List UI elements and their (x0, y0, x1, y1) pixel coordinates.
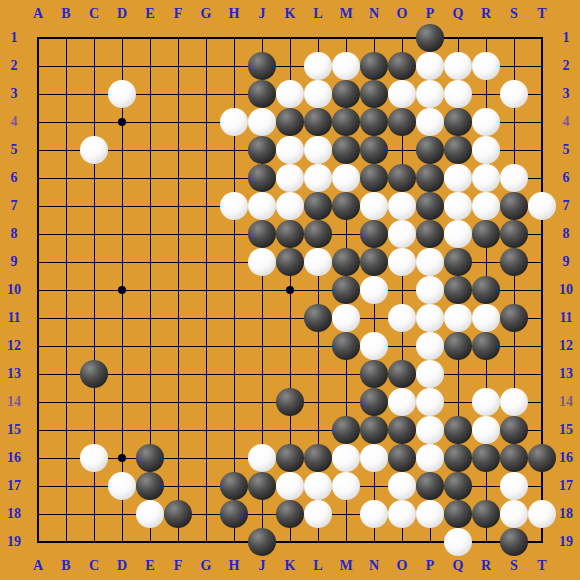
white-stone[interactable] (500, 80, 528, 108)
column-label-bottom: D (117, 559, 127, 573)
black-stone[interactable] (332, 108, 360, 136)
white-stone[interactable] (332, 304, 360, 332)
white-stone[interactable] (304, 500, 332, 528)
black-stone[interactable] (248, 52, 276, 80)
white-stone[interactable] (80, 444, 108, 472)
black-stone[interactable] (444, 276, 472, 304)
white-stone[interactable] (416, 332, 444, 360)
black-stone[interactable] (332, 332, 360, 360)
white-stone[interactable] (444, 192, 472, 220)
white-stone[interactable] (444, 220, 472, 248)
black-stone[interactable] (388, 108, 416, 136)
white-stone[interactable] (388, 304, 416, 332)
black-stone[interactable] (444, 248, 472, 276)
white-stone[interactable] (248, 248, 276, 276)
black-stone[interactable] (304, 108, 332, 136)
black-stone[interactable] (416, 192, 444, 220)
white-stone[interactable] (360, 332, 388, 360)
black-stone[interactable] (528, 444, 556, 472)
black-stone[interactable] (248, 80, 276, 108)
white-stone[interactable] (472, 52, 500, 80)
white-stone[interactable] (388, 248, 416, 276)
white-stone[interactable] (304, 52, 332, 80)
star-point (118, 454, 126, 462)
white-stone[interactable] (276, 192, 304, 220)
white-stone[interactable] (500, 388, 528, 416)
white-stone[interactable] (304, 80, 332, 108)
row-label-right: 18 (559, 507, 573, 521)
white-stone[interactable] (528, 192, 556, 220)
black-stone[interactable] (248, 136, 276, 164)
white-stone[interactable] (416, 500, 444, 528)
column-label-top: B (61, 7, 70, 21)
column-label-top: G (201, 7, 212, 21)
black-stone[interactable] (332, 248, 360, 276)
black-stone[interactable] (276, 248, 304, 276)
white-stone[interactable] (388, 388, 416, 416)
row-label-left: 13 (7, 367, 21, 381)
row-label-right: 1 (563, 31, 570, 45)
column-label-bottom: F (174, 559, 183, 573)
column-label-bottom: A (33, 559, 43, 573)
black-stone[interactable] (444, 500, 472, 528)
column-label-top: P (426, 7, 435, 21)
white-stone[interactable] (332, 472, 360, 500)
row-label-right: 8 (563, 227, 570, 241)
column-label-top: R (481, 7, 491, 21)
black-stone[interactable] (304, 220, 332, 248)
black-stone[interactable] (276, 108, 304, 136)
white-stone[interactable] (248, 444, 276, 472)
black-stone[interactable] (444, 472, 472, 500)
black-stone[interactable] (220, 472, 248, 500)
white-stone[interactable] (332, 444, 360, 472)
white-stone[interactable] (444, 528, 472, 556)
row-label-left: 11 (7, 311, 20, 325)
star-point (118, 286, 126, 294)
column-label-top: L (313, 7, 322, 21)
white-stone[interactable] (500, 164, 528, 192)
black-stone[interactable] (388, 52, 416, 80)
white-stone[interactable] (360, 500, 388, 528)
row-label-right: 17 (559, 479, 573, 493)
go-board: AABBCCDDEEFFGGHHJJKKLLMMNNOOPPQQRRSSTT11… (0, 0, 580, 580)
row-label-right: 5 (563, 143, 570, 157)
column-label-top: T (537, 7, 546, 21)
black-stone[interactable] (220, 500, 248, 528)
white-stone[interactable] (332, 52, 360, 80)
black-stone[interactable] (276, 388, 304, 416)
black-stone[interactable] (500, 220, 528, 248)
column-label-top: N (369, 7, 379, 21)
white-stone[interactable] (472, 388, 500, 416)
column-label-bottom: E (145, 559, 154, 573)
column-label-bottom: K (285, 559, 296, 573)
row-label-left: 14 (7, 395, 21, 409)
column-label-bottom: J (259, 559, 266, 573)
black-stone[interactable] (444, 444, 472, 472)
black-stone[interactable] (416, 164, 444, 192)
black-stone[interactable] (416, 472, 444, 500)
column-label-bottom: S (510, 559, 518, 573)
row-label-right: 9 (563, 255, 570, 269)
black-stone[interactable] (360, 248, 388, 276)
white-stone[interactable] (472, 416, 500, 444)
column-label-top: O (397, 7, 408, 21)
white-stone[interactable] (388, 500, 416, 528)
column-label-bottom: Q (453, 559, 464, 573)
white-stone[interactable] (304, 248, 332, 276)
white-stone[interactable] (472, 108, 500, 136)
row-label-left: 16 (7, 451, 21, 465)
white-stone[interactable] (360, 192, 388, 220)
white-stone[interactable] (444, 52, 472, 80)
white-stone[interactable] (416, 360, 444, 388)
column-label-bottom: B (61, 559, 70, 573)
black-stone[interactable] (276, 500, 304, 528)
row-label-right: 7 (563, 199, 570, 213)
white-stone[interactable] (444, 80, 472, 108)
row-label-left: 19 (7, 535, 21, 549)
black-stone[interactable] (304, 304, 332, 332)
black-stone[interactable] (472, 220, 500, 248)
white-stone[interactable] (276, 472, 304, 500)
column-label-top: F (174, 7, 183, 21)
black-stone[interactable] (388, 360, 416, 388)
black-stone[interactable] (332, 80, 360, 108)
white-stone[interactable] (248, 108, 276, 136)
black-stone[interactable] (416, 136, 444, 164)
black-stone[interactable] (332, 416, 360, 444)
row-label-right: 16 (559, 451, 573, 465)
white-stone[interactable] (388, 472, 416, 500)
white-stone[interactable] (472, 136, 500, 164)
black-stone[interactable] (360, 80, 388, 108)
black-stone[interactable] (360, 164, 388, 192)
black-stone[interactable] (248, 220, 276, 248)
black-stone[interactable] (388, 416, 416, 444)
column-label-bottom: C (89, 559, 99, 573)
black-stone[interactable] (276, 220, 304, 248)
column-label-bottom: T (537, 559, 546, 573)
row-label-left: 2 (11, 59, 18, 73)
column-label-bottom: G (201, 559, 212, 573)
row-label-right: 15 (559, 423, 573, 437)
black-stone[interactable] (472, 500, 500, 528)
black-stone[interactable] (332, 136, 360, 164)
column-label-bottom: O (397, 559, 408, 573)
white-stone[interactable] (220, 192, 248, 220)
white-stone[interactable] (108, 80, 136, 108)
white-stone[interactable] (220, 108, 248, 136)
black-stone[interactable] (360, 220, 388, 248)
row-label-left: 5 (11, 143, 18, 157)
black-stone[interactable] (360, 52, 388, 80)
white-stone[interactable] (500, 500, 528, 528)
grid-hline (37, 374, 543, 375)
column-label-top: A (33, 7, 43, 21)
white-stone[interactable] (416, 108, 444, 136)
white-stone[interactable] (80, 136, 108, 164)
white-stone[interactable] (472, 304, 500, 332)
row-label-left: 4 (11, 115, 18, 129)
black-stone[interactable] (500, 528, 528, 556)
column-label-bottom: R (481, 559, 491, 573)
row-label-right: 3 (563, 87, 570, 101)
white-stone[interactable] (304, 136, 332, 164)
row-label-left: 10 (7, 283, 21, 297)
white-stone[interactable] (472, 164, 500, 192)
white-stone[interactable] (416, 304, 444, 332)
white-stone[interactable] (416, 388, 444, 416)
row-label-right: 6 (563, 171, 570, 185)
column-label-top: D (117, 7, 127, 21)
row-label-right: 4 (563, 115, 570, 129)
black-stone[interactable] (332, 276, 360, 304)
column-label-top: J (259, 7, 266, 21)
black-stone[interactable] (444, 332, 472, 360)
column-label-top: H (229, 7, 240, 21)
black-stone[interactable] (472, 276, 500, 304)
white-stone[interactable] (304, 472, 332, 500)
black-stone[interactable] (248, 164, 276, 192)
white-stone[interactable] (248, 192, 276, 220)
row-label-left: 15 (7, 423, 21, 437)
white-stone[interactable] (136, 500, 164, 528)
black-stone[interactable] (444, 136, 472, 164)
column-label-bottom: M (339, 559, 352, 573)
column-label-top: C (89, 7, 99, 21)
row-label-right: 13 (559, 367, 573, 381)
white-stone[interactable] (108, 472, 136, 500)
row-label-right: 12 (559, 339, 573, 353)
row-label-right: 19 (559, 535, 573, 549)
white-stone[interactable] (388, 192, 416, 220)
star-point (286, 286, 294, 294)
white-stone[interactable] (276, 164, 304, 192)
black-stone[interactable] (164, 500, 192, 528)
column-label-bottom: H (229, 559, 240, 573)
black-stone[interactable] (388, 164, 416, 192)
column-label-top: E (145, 7, 154, 21)
black-stone[interactable] (444, 108, 472, 136)
column-label-top: S (510, 7, 518, 21)
black-stone[interactable] (304, 192, 332, 220)
black-stone[interactable] (416, 220, 444, 248)
white-stone[interactable] (276, 80, 304, 108)
black-stone[interactable] (248, 472, 276, 500)
black-stone[interactable] (360, 108, 388, 136)
row-label-left: 3 (11, 87, 18, 101)
white-stone[interactable] (388, 220, 416, 248)
row-label-left: 7 (11, 199, 18, 213)
row-label-left: 17 (7, 479, 21, 493)
black-stone[interactable] (472, 332, 500, 360)
column-label-top: M (339, 7, 352, 21)
column-label-bottom: N (369, 559, 379, 573)
black-stone[interactable] (136, 444, 164, 472)
white-stone[interactable] (360, 444, 388, 472)
white-stone[interactable] (444, 164, 472, 192)
white-stone[interactable] (528, 500, 556, 528)
white-stone[interactable] (416, 80, 444, 108)
black-stone[interactable] (360, 136, 388, 164)
row-label-left: 8 (11, 227, 18, 241)
black-stone[interactable] (388, 444, 416, 472)
black-stone[interactable] (472, 444, 500, 472)
black-stone[interactable] (332, 192, 360, 220)
black-stone[interactable] (444, 416, 472, 444)
black-stone[interactable] (360, 388, 388, 416)
row-label-right: 14 (559, 395, 573, 409)
white-stone[interactable] (388, 80, 416, 108)
row-label-left: 9 (11, 255, 18, 269)
row-label-left: 6 (11, 171, 18, 185)
white-stone[interactable] (416, 52, 444, 80)
row-label-right: 10 (559, 283, 573, 297)
black-stone[interactable] (500, 304, 528, 332)
row-label-right: 11 (559, 311, 572, 325)
black-stone[interactable] (500, 192, 528, 220)
star-point (118, 118, 126, 126)
white-stone[interactable] (416, 248, 444, 276)
white-stone[interactable] (360, 276, 388, 304)
row-label-left: 18 (7, 507, 21, 521)
black-stone[interactable] (416, 24, 444, 52)
row-label-left: 12 (7, 339, 21, 353)
black-stone[interactable] (248, 528, 276, 556)
black-stone[interactable] (304, 444, 332, 472)
column-label-bottom: P (426, 559, 435, 573)
white-stone[interactable] (444, 304, 472, 332)
black-stone[interactable] (276, 444, 304, 472)
column-label-bottom: L (313, 559, 322, 573)
black-stone[interactable] (500, 248, 528, 276)
white-stone[interactable] (416, 276, 444, 304)
black-stone[interactable] (80, 360, 108, 388)
black-stone[interactable] (500, 444, 528, 472)
white-stone[interactable] (332, 164, 360, 192)
white-stone[interactable] (416, 444, 444, 472)
row-label-right: 2 (563, 59, 570, 73)
black-stone[interactable] (360, 416, 388, 444)
white-stone[interactable] (472, 192, 500, 220)
white-stone[interactable] (304, 164, 332, 192)
column-label-top: Q (453, 7, 464, 21)
black-stone[interactable] (500, 416, 528, 444)
row-label-left: 1 (11, 31, 18, 45)
black-stone[interactable] (360, 360, 388, 388)
white-stone[interactable] (500, 472, 528, 500)
column-label-top: K (285, 7, 296, 21)
black-stone[interactable] (136, 472, 164, 500)
white-stone[interactable] (276, 136, 304, 164)
white-stone[interactable] (416, 416, 444, 444)
